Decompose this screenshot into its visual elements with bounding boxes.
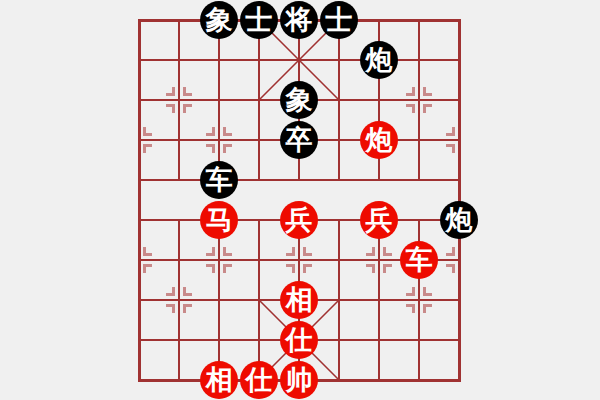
piece-black-advisor-2[interactable]: 士 bbox=[320, 1, 358, 39]
grid-line-v bbox=[338, 20, 340, 181]
grid-line-v bbox=[178, 219, 180, 380]
piece-red-advisor-1[interactable]: 仕 bbox=[280, 321, 318, 359]
grid-line-v bbox=[258, 20, 260, 181]
piece-red-soldier-1[interactable]: 兵 bbox=[280, 201, 318, 239]
piece-black-general[interactable]: 将 bbox=[280, 1, 318, 39]
piece-red-chariot-1[interactable]: 车 bbox=[400, 241, 438, 279]
point-marker-corner bbox=[143, 264, 152, 273]
point-marker-corner bbox=[183, 87, 192, 96]
piece-black-elephant-2[interactable]: 象 bbox=[280, 81, 318, 119]
point-marker-corner bbox=[446, 127, 455, 136]
piece-red-elephant-1[interactable]: 相 bbox=[280, 281, 318, 319]
point-marker-corner bbox=[206, 247, 215, 256]
piece-red-cannon-1[interactable]: 炮 bbox=[360, 121, 398, 159]
point-marker-corner bbox=[406, 104, 415, 113]
point-marker-corner bbox=[366, 264, 375, 273]
point-marker-corner bbox=[406, 287, 415, 296]
point-marker-corner bbox=[206, 264, 215, 273]
piece-black-cannon-1[interactable]: 炮 bbox=[360, 41, 398, 79]
piece-red-horse-1[interactable]: 马 bbox=[200, 201, 238, 239]
point-marker-corner bbox=[423, 304, 432, 313]
point-marker-corner bbox=[406, 87, 415, 96]
point-marker-corner bbox=[446, 144, 455, 153]
point-marker-corner bbox=[406, 304, 415, 313]
point-marker-corner bbox=[166, 104, 175, 113]
point-marker-corner bbox=[223, 127, 232, 136]
point-marker-corner bbox=[286, 247, 295, 256]
grid-line-v bbox=[218, 20, 220, 181]
piece-black-elephant-1[interactable]: 象 bbox=[200, 1, 238, 39]
piece-black-soldier-1[interactable]: 卒 bbox=[280, 121, 318, 159]
point-marker-corner bbox=[423, 87, 432, 96]
point-marker-corner bbox=[183, 104, 192, 113]
point-marker-corner bbox=[223, 247, 232, 256]
point-marker-corner bbox=[166, 287, 175, 296]
piece-red-elephant-2[interactable]: 相 bbox=[200, 361, 238, 399]
point-marker-corner bbox=[166, 304, 175, 313]
piece-red-general[interactable]: 帅 bbox=[280, 361, 318, 399]
point-marker-corner bbox=[383, 264, 392, 273]
piece-black-chariot-1[interactable]: 车 bbox=[200, 161, 238, 199]
piece-red-advisor-2[interactable]: 仕 bbox=[240, 361, 278, 399]
point-marker-corner bbox=[423, 287, 432, 296]
point-marker-corner bbox=[446, 264, 455, 273]
point-marker-corner bbox=[206, 127, 215, 136]
point-marker-corner bbox=[303, 247, 312, 256]
point-marker-corner bbox=[143, 127, 152, 136]
grid-line-v bbox=[418, 20, 420, 181]
point-marker-corner bbox=[183, 304, 192, 313]
point-marker-corner bbox=[286, 264, 295, 273]
point-marker-corner bbox=[143, 247, 152, 256]
piece-black-cannon-2[interactable]: 炮 bbox=[440, 201, 478, 239]
grid-line-v bbox=[178, 20, 180, 181]
grid-line-v bbox=[338, 219, 340, 380]
grid-line-v bbox=[378, 219, 380, 380]
point-marker-corner bbox=[143, 144, 152, 153]
point-marker-corner bbox=[223, 264, 232, 273]
point-marker-corner bbox=[383, 247, 392, 256]
point-marker-corner bbox=[446, 247, 455, 256]
point-marker-corner bbox=[206, 144, 215, 153]
piece-black-advisor-1[interactable]: 士 bbox=[240, 1, 278, 39]
piece-red-soldier-2[interactable]: 兵 bbox=[360, 201, 398, 239]
app-background: 象士将士炮象卒炮车马兵兵炮车相仕相仕帅 bbox=[0, 0, 600, 400]
xiangqi-board: 象士将士炮象卒炮车马兵兵炮车相仕相仕帅 bbox=[139, 20, 459, 380]
point-marker-corner bbox=[366, 247, 375, 256]
point-marker-corner bbox=[303, 264, 312, 273]
point-marker-corner bbox=[423, 104, 432, 113]
grid-line-v bbox=[218, 219, 220, 380]
point-marker-corner bbox=[223, 144, 232, 153]
point-marker-corner bbox=[183, 287, 192, 296]
grid-line-v bbox=[258, 219, 260, 380]
grid-line-v bbox=[138, 19, 141, 382]
point-marker-corner bbox=[166, 87, 175, 96]
